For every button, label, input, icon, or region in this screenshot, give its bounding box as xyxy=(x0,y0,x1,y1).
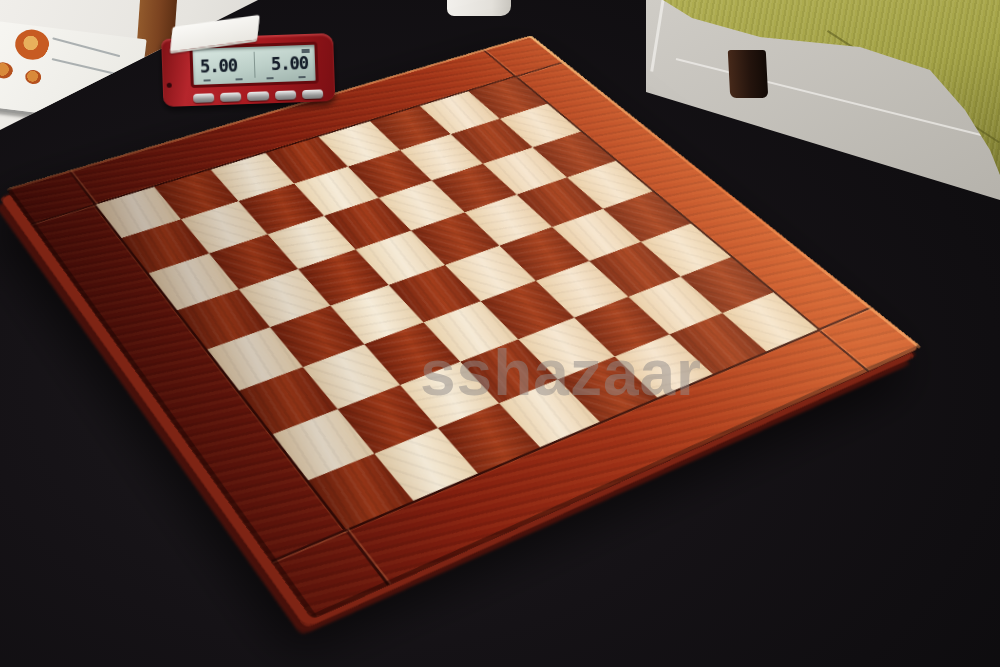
photo-scene: 5.00 5.00 sshazaar xyxy=(0,0,1000,667)
clock-side-port xyxy=(167,83,172,88)
border-groove xyxy=(31,204,96,225)
food-plate xyxy=(24,69,42,85)
couch-leg xyxy=(728,50,769,98)
chess-clock: 5.00 5.00 xyxy=(161,19,336,107)
clock-button xyxy=(220,92,242,102)
magazine-graphic-line xyxy=(52,37,120,57)
border-groove xyxy=(817,307,872,331)
border-groove xyxy=(817,329,869,372)
border-groove xyxy=(68,170,96,205)
clock-button xyxy=(247,91,269,101)
clock-time-right: 5.00 xyxy=(271,53,309,74)
border-groove xyxy=(482,49,516,77)
display-divider xyxy=(253,52,255,77)
display-legend-marks xyxy=(204,76,306,82)
food-plate xyxy=(13,28,50,62)
battery-indicator xyxy=(302,49,310,53)
border-groove xyxy=(515,61,565,77)
clock-button xyxy=(275,90,297,100)
border-groove xyxy=(344,529,389,586)
white-object xyxy=(447,0,511,16)
food-plate xyxy=(0,61,14,79)
clock-buttons xyxy=(193,89,323,103)
border-groove xyxy=(271,529,347,563)
clock-button xyxy=(193,93,215,103)
clock-display: 5.00 5.00 xyxy=(189,42,318,88)
tile-seam xyxy=(650,0,665,72)
clock-button xyxy=(302,89,324,99)
clock-time-left: 5.00 xyxy=(200,55,238,76)
